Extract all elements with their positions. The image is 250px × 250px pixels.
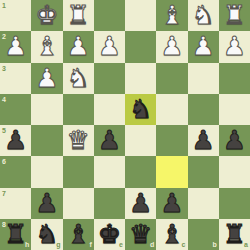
square-c3[interactable] — [156, 63, 187, 94]
square-g8[interactable]: g♞ — [31, 219, 62, 250]
white-rook[interactable]: ♜ — [223, 0, 246, 31]
square-d8[interactable]: d♛ — [125, 219, 156, 250]
square-b4[interactable] — [188, 94, 219, 125]
square-e2[interactable]: ♟ — [94, 31, 125, 62]
black-pawn[interactable]: ♟ — [129, 188, 152, 219]
white-bishop[interactable]: ♝ — [160, 0, 183, 31]
black-queen[interactable]: ♛ — [129, 219, 152, 250]
square-g6[interactable] — [31, 156, 62, 187]
square-a5[interactable]: ♟ — [219, 125, 250, 156]
white-pawn[interactable]: ♟ — [191, 31, 214, 62]
square-a7[interactable] — [219, 188, 250, 219]
black-pawn[interactable]: ♟ — [98, 125, 121, 156]
square-e6[interactable] — [94, 156, 125, 187]
square-h5[interactable]: 5♟ — [0, 125, 31, 156]
square-a8[interactable]: a♜ — [219, 219, 250, 250]
square-b2[interactable]: ♟ — [188, 31, 219, 62]
square-c2[interactable]: ♟ — [156, 31, 187, 62]
black-pawn[interactable]: ♟ — [35, 188, 58, 219]
square-g2[interactable]: ♝ — [31, 31, 62, 62]
black-bishop[interactable]: ♝ — [66, 219, 89, 250]
square-a1[interactable]: ♜ — [219, 0, 250, 31]
white-pawn[interactable]: ♟ — [35, 63, 58, 94]
white-pawn[interactable]: ♟ — [66, 31, 89, 62]
rank-label-7: 7 — [2, 190, 6, 197]
black-knight[interactable]: ♞ — [129, 94, 152, 125]
black-knight[interactable]: ♞ — [35, 219, 58, 250]
white-pawn[interactable]: ♟ — [4, 31, 27, 62]
square-e4[interactable] — [94, 94, 125, 125]
black-rook[interactable]: ♜ — [4, 219, 27, 250]
square-c5[interactable] — [156, 125, 187, 156]
square-c1[interactable]: ♝ — [156, 0, 187, 31]
square-g7[interactable]: ♟ — [31, 188, 62, 219]
rank-label-3: 3 — [2, 65, 6, 72]
square-g3[interactable]: ♟ — [31, 63, 62, 94]
white-pawn[interactable]: ♟ — [160, 31, 183, 62]
square-h1[interactable]: 1 — [0, 0, 31, 31]
chess-board: 1♚♜♝♞♜2♟♝♟♟♟♟♟3♟♞4♞5♟♛♟♟♟67♟♟♟8h♜g♞f♝e♚d… — [0, 0, 250, 250]
white-queen[interactable]: ♛ — [66, 125, 89, 156]
square-a4[interactable] — [219, 94, 250, 125]
square-b8[interactable]: b — [188, 219, 219, 250]
square-b1[interactable]: ♞ — [188, 0, 219, 31]
black-pawn[interactable]: ♟ — [160, 188, 183, 219]
square-f5[interactable]: ♛ — [63, 125, 94, 156]
square-e8[interactable]: e♚ — [94, 219, 125, 250]
black-pawn[interactable]: ♟ — [191, 125, 214, 156]
square-a6[interactable] — [219, 156, 250, 187]
square-b6[interactable] — [188, 156, 219, 187]
white-king[interactable]: ♚ — [35, 0, 58, 31]
square-g4[interactable] — [31, 94, 62, 125]
square-h2[interactable]: 2♟ — [0, 31, 31, 62]
white-pawn[interactable]: ♟ — [223, 31, 246, 62]
square-e3[interactable] — [94, 63, 125, 94]
square-h4[interactable]: 4 — [0, 94, 31, 125]
square-h6[interactable]: 6 — [0, 156, 31, 187]
square-h8[interactable]: 8h♜ — [0, 219, 31, 250]
black-king[interactable]: ♚ — [98, 219, 121, 250]
square-a3[interactable] — [219, 63, 250, 94]
square-c4[interactable] — [156, 94, 187, 125]
square-f1[interactable]: ♜ — [63, 0, 94, 31]
white-bishop[interactable]: ♝ — [35, 31, 58, 62]
square-f2[interactable]: ♟ — [63, 31, 94, 62]
rank-label-6: 6 — [2, 158, 6, 165]
square-b3[interactable] — [188, 63, 219, 94]
black-rook[interactable]: ♜ — [223, 219, 246, 250]
square-d3[interactable] — [125, 63, 156, 94]
rank-label-1: 1 — [2, 2, 6, 9]
square-d1[interactable] — [125, 0, 156, 31]
square-f7[interactable] — [63, 188, 94, 219]
white-pawn[interactable]: ♟ — [98, 31, 121, 62]
square-e7[interactable] — [94, 188, 125, 219]
square-d6[interactable] — [125, 156, 156, 187]
square-c8[interactable]: c♝ — [156, 219, 187, 250]
square-g1[interactable]: ♚ — [31, 0, 62, 31]
square-c7[interactable]: ♟ — [156, 188, 187, 219]
square-h7[interactable]: 7 — [0, 188, 31, 219]
square-d4[interactable]: ♞ — [125, 94, 156, 125]
square-g5[interactable] — [31, 125, 62, 156]
white-knight[interactable]: ♞ — [191, 0, 214, 31]
rank-label-4: 4 — [2, 96, 6, 103]
board-grid: 1♚♜♝♞♜2♟♝♟♟♟♟♟3♟♞4♞5♟♛♟♟♟67♟♟♟8h♜g♞f♝e♚d… — [0, 0, 250, 250]
square-e5[interactable]: ♟ — [94, 125, 125, 156]
white-rook[interactable]: ♜ — [66, 0, 89, 31]
square-a2[interactable]: ♟ — [219, 31, 250, 62]
square-d2[interactable] — [125, 31, 156, 62]
square-d7[interactable]: ♟ — [125, 188, 156, 219]
black-pawn[interactable]: ♟ — [4, 125, 27, 156]
square-f3[interactable]: ♞ — [63, 63, 94, 94]
square-f8[interactable]: f♝ — [63, 219, 94, 250]
square-f6[interactable] — [63, 156, 94, 187]
square-b5[interactable]: ♟ — [188, 125, 219, 156]
white-knight[interactable]: ♞ — [66, 63, 89, 94]
square-d5[interactable] — [125, 125, 156, 156]
square-e1[interactable] — [94, 0, 125, 31]
square-h3[interactable]: 3 — [0, 63, 31, 94]
black-pawn[interactable]: ♟ — [223, 125, 246, 156]
square-f4[interactable] — [63, 94, 94, 125]
black-bishop[interactable]: ♝ — [160, 219, 183, 250]
square-b7[interactable] — [188, 188, 219, 219]
square-c6[interactable] — [156, 156, 187, 187]
file-label-b: b — [212, 241, 216, 248]
